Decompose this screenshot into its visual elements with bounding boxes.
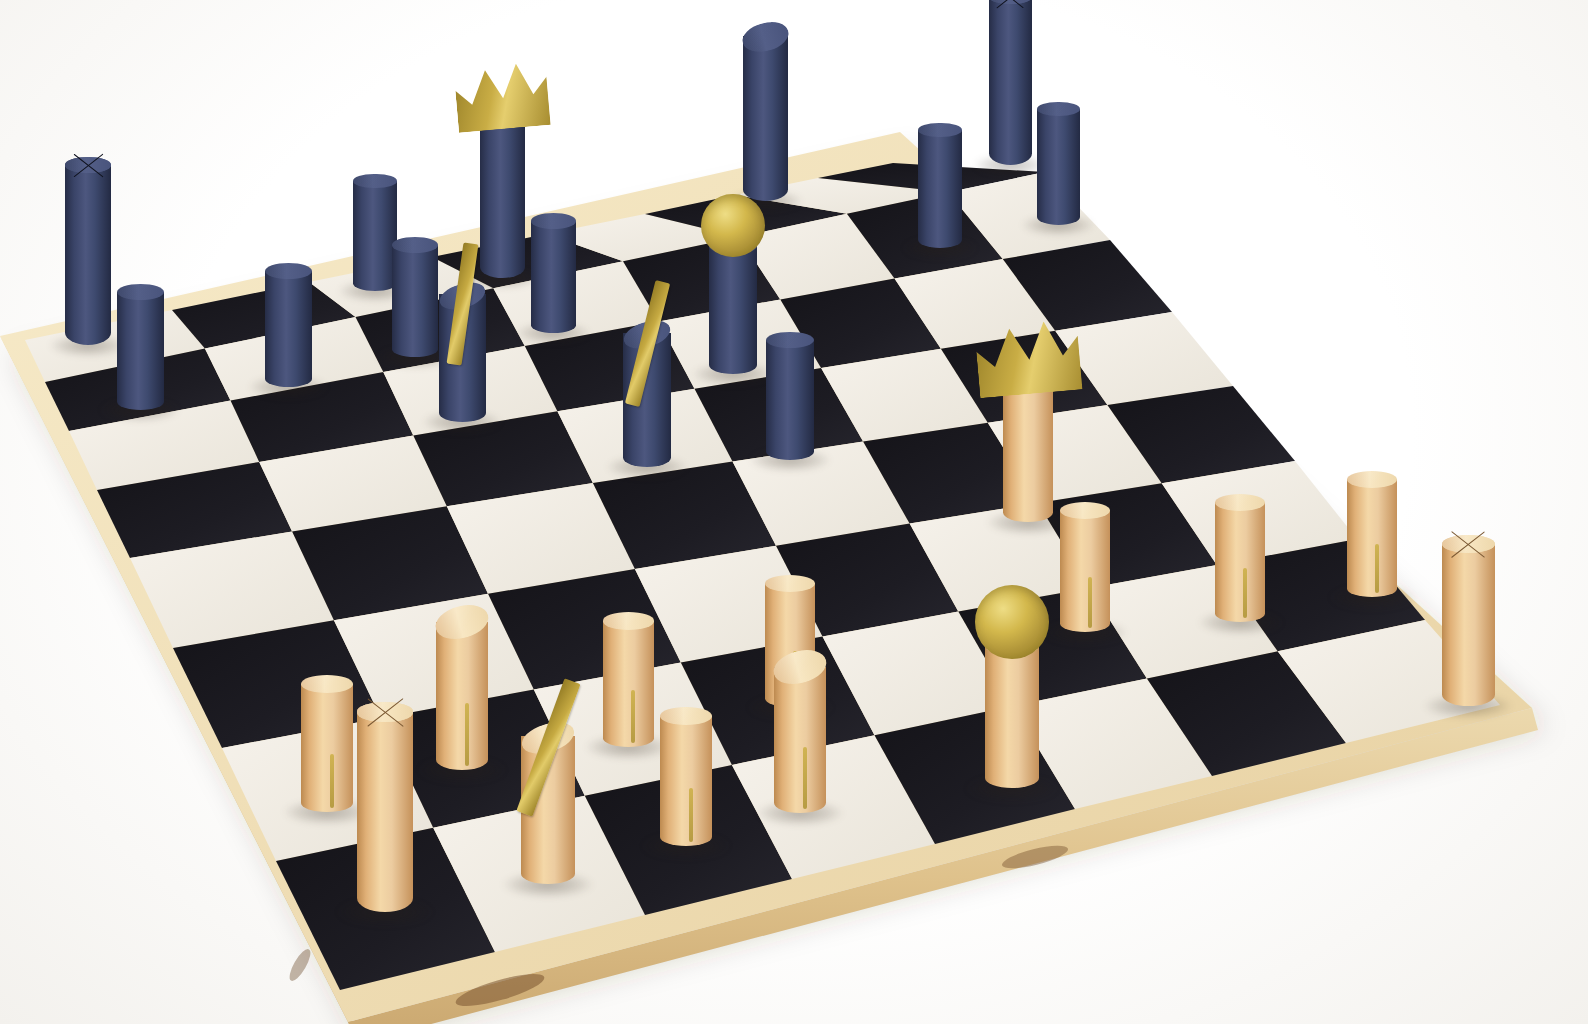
chess-board (0, 0, 1588, 1024)
product-photo-scene: chess r1pq1n1r/pppp2pp/2b1k3/3bp3/8/5Q2/… (0, 0, 1588, 1024)
burn-mark (286, 946, 314, 983)
